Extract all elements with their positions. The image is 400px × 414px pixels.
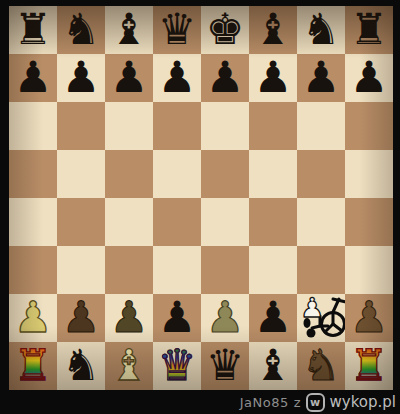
square-b7[interactable]: ♟ — [57, 54, 105, 102]
square-d7[interactable]: ♟ — [153, 54, 201, 102]
square-e7[interactable]: ♟ — [201, 54, 249, 102]
square-f5[interactable] — [249, 150, 297, 198]
square-c1[interactable]: ♝ — [105, 342, 153, 390]
square-e2[interactable]: ♟ — [201, 294, 249, 342]
square-h5[interactable] — [345, 150, 393, 198]
square-f3[interactable] — [249, 246, 297, 294]
piece-rainbow-rook: ♜ — [14, 341, 53, 389]
square-f7[interactable]: ♟ — [249, 54, 297, 102]
piece-brown-pawn: ♟ — [350, 293, 389, 341]
square-g1[interactable]: ♞ — [297, 342, 345, 390]
square-c4[interactable] — [105, 198, 153, 246]
piece-cream-bishop: ♝ — [110, 341, 149, 389]
square-c3[interactable] — [105, 246, 153, 294]
square-c5[interactable] — [105, 150, 153, 198]
square-h2[interactable]: ♟ — [345, 294, 393, 342]
square-a8[interactable]: ♜ — [9, 6, 57, 54]
square-d3[interactable] — [153, 246, 201, 294]
piece-black-pawn: ♟ — [254, 293, 293, 341]
piece-black-rook: ♜ — [350, 5, 389, 53]
white-pawn-in-wheelchair: ♟ — [297, 294, 345, 342]
piece-black-bishop: ♝ — [254, 5, 293, 53]
watermark-bar: JaNo85 z w wykop.pl — [0, 390, 400, 414]
square-b5[interactable] — [57, 150, 105, 198]
square-h6[interactable] — [345, 102, 393, 150]
square-a5[interactable] — [9, 150, 57, 198]
square-g3[interactable] — [297, 246, 345, 294]
square-h4[interactable] — [345, 198, 393, 246]
square-e8[interactable]: ♚ — [201, 6, 249, 54]
piece-black-pawn: ♟ — [158, 293, 197, 341]
square-e5[interactable] — [201, 150, 249, 198]
square-f8[interactable]: ♝ — [249, 6, 297, 54]
square-g2[interactable]: ♟ — [297, 294, 345, 342]
square-g4[interactable] — [297, 198, 345, 246]
square-b1[interactable]: ♞ — [57, 342, 105, 390]
square-g8[interactable]: ♞ — [297, 6, 345, 54]
piece-black-bishop: ♝ — [254, 341, 293, 389]
square-g7[interactable]: ♟ — [297, 54, 345, 102]
square-h7[interactable]: ♟ — [345, 54, 393, 102]
piece-rainbow-queen: ♛ — [158, 341, 197, 389]
square-g6[interactable] — [297, 102, 345, 150]
square-d4[interactable] — [153, 198, 201, 246]
piece-black-knight: ♞ — [62, 5, 101, 53]
square-a4[interactable] — [9, 198, 57, 246]
piece-black-bishop: ♝ — [110, 5, 149, 53]
piece-black-pawn: ♟ — [14, 53, 53, 101]
square-h1[interactable]: ♜ — [345, 342, 393, 390]
square-b4[interactable] — [57, 198, 105, 246]
square-e3[interactable] — [201, 246, 249, 294]
piece-brown-knight: ♞ — [302, 341, 341, 389]
square-d6[interactable] — [153, 102, 201, 150]
piece-black-knight: ♞ — [62, 341, 101, 389]
piece-pale-yellow-pawn: ♟ — [14, 293, 53, 341]
piece-black-knight: ♞ — [302, 5, 341, 53]
square-a2[interactable]: ♟ — [9, 294, 57, 342]
square-a6[interactable] — [9, 102, 57, 150]
square-f1[interactable]: ♝ — [249, 342, 297, 390]
piece-black-pawn: ♟ — [206, 53, 245, 101]
piece-black-pawn: ♟ — [254, 53, 293, 101]
square-c2[interactable]: ♟ — [105, 294, 153, 342]
piece-black-pawn: ♟ — [302, 53, 341, 101]
piece-black-queen-on-king-square: ♛ — [206, 341, 245, 389]
square-c7[interactable]: ♟ — [105, 54, 153, 102]
square-g5[interactable] — [297, 150, 345, 198]
piece-black-queen: ♛ — [158, 5, 197, 53]
square-d1[interactable]: ♛ — [153, 342, 201, 390]
watermark-site: wykop.pl — [330, 393, 396, 411]
piece-black-pawn: ♟ — [110, 53, 149, 101]
piece-black-pawn: ♟ — [350, 53, 389, 101]
square-b2[interactable]: ♟ — [57, 294, 105, 342]
piece-khaki-pawn: ♟ — [206, 293, 245, 341]
square-f4[interactable] — [249, 198, 297, 246]
watermark-preposition: z — [294, 395, 301, 410]
piece-black-rook: ♜ — [14, 5, 53, 53]
square-e4[interactable] — [201, 198, 249, 246]
chess-board: ♜♞♝♛♚♝♞♜♟♟♟♟♟♟♟♟♟♟♟♟♟♟♟♟♜♞♝♛♛♝♞♜ — [9, 6, 393, 390]
square-a7[interactable]: ♟ — [9, 54, 57, 102]
meme-image: ♜♞♝♛♚♝♞♜♟♟♟♟♟♟♟♟♟♟♟♟♟♟♟♟♜♞♝♛♛♝♞♜ JaNo85 … — [0, 0, 400, 414]
piece-dark-olive-pawn: ♟ — [110, 293, 149, 341]
square-f6[interactable] — [249, 102, 297, 150]
wykop-logo-icon: w — [306, 393, 325, 412]
square-e1[interactable]: ♛ — [201, 342, 249, 390]
square-a3[interactable] — [9, 246, 57, 294]
square-e6[interactable] — [201, 102, 249, 150]
square-c8[interactable]: ♝ — [105, 6, 153, 54]
square-b8[interactable]: ♞ — [57, 6, 105, 54]
white-pawn-glyph: ♟ — [300, 293, 324, 323]
square-h3[interactable] — [345, 246, 393, 294]
square-b3[interactable] — [57, 246, 105, 294]
chess-board-area: ♜♞♝♛♚♝♞♜♟♟♟♟♟♟♟♟♟♟♟♟♟♟♟♟♜♞♝♛♛♝♞♜ — [9, 6, 393, 390]
square-d8[interactable]: ♛ — [153, 6, 201, 54]
piece-black-pawn: ♟ — [158, 53, 197, 101]
square-d2[interactable]: ♟ — [153, 294, 201, 342]
square-a1[interactable]: ♜ — [9, 342, 57, 390]
square-h8[interactable]: ♜ — [345, 6, 393, 54]
piece-black-king: ♚ — [206, 5, 245, 53]
piece-dark-brown-pawn: ♟ — [62, 293, 101, 341]
piece-black-pawn: ♟ — [62, 53, 101, 101]
square-f2[interactable]: ♟ — [249, 294, 297, 342]
square-b6[interactable] — [57, 102, 105, 150]
square-d5[interactable] — [153, 150, 201, 198]
square-c6[interactable] — [105, 102, 153, 150]
piece-rainbow-rook: ♜ — [350, 341, 389, 389]
watermark-author: JaNo85 — [240, 395, 289, 410]
